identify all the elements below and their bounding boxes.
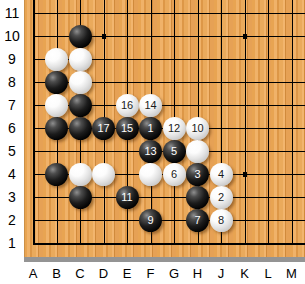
row-label-1: 1 xyxy=(0,235,24,251)
stone-white-B9[interactable] xyxy=(45,48,68,71)
stone-black-F6-move-1[interactable]: 1 xyxy=(139,117,162,140)
stone-black-D6-move-17[interactable]: 17 xyxy=(92,117,115,140)
stone-black-H2-move-7[interactable]: 7 xyxy=(186,209,209,232)
row-label-5: 5 xyxy=(0,143,24,159)
stone-white-H6-move-10[interactable]: 10 xyxy=(186,117,209,140)
stone-black-H3[interactable] xyxy=(186,186,209,209)
stone-black-C10[interactable] xyxy=(69,25,92,48)
stone-black-E6-move-15[interactable]: 15 xyxy=(116,117,139,140)
row-label-7: 7 xyxy=(0,97,24,113)
stone-white-B7[interactable] xyxy=(45,94,68,117)
row-label-6: 6 xyxy=(0,120,24,136)
stone-white-J2-move-8[interactable]: 8 xyxy=(210,209,233,232)
stone-black-B4[interactable] xyxy=(45,163,68,186)
stone-white-F4[interactable] xyxy=(139,163,162,186)
row-label-11: 11 xyxy=(0,5,24,21)
go-board[interactable]: 1614171511210135634112978 xyxy=(24,0,305,257)
stone-black-H4-move-3[interactable]: 3 xyxy=(186,163,209,186)
column-label-H: H xyxy=(188,266,208,282)
column-label-G: G xyxy=(164,266,184,282)
column-label-L: L xyxy=(258,266,278,282)
stone-white-J4-move-4[interactable]: 4 xyxy=(210,163,233,186)
column-label-A: A xyxy=(23,266,43,282)
column-label-D: D xyxy=(94,266,114,282)
stone-white-D4[interactable] xyxy=(92,163,115,186)
row-label-9: 9 xyxy=(0,51,24,67)
row-label-2: 2 xyxy=(0,212,24,228)
stone-black-C6[interactable] xyxy=(69,117,92,140)
stone-black-B8[interactable] xyxy=(45,71,68,94)
column-label-F: F xyxy=(141,266,161,282)
star-point-K4 xyxy=(243,172,248,177)
stone-white-J3-move-2[interactable]: 2 xyxy=(210,186,233,209)
stone-white-F7-move-14[interactable]: 14 xyxy=(139,94,162,117)
stone-white-G4-move-6[interactable]: 6 xyxy=(163,163,186,186)
column-label-C: C xyxy=(70,266,90,282)
column-label-K: K xyxy=(235,266,255,282)
stone-white-H5[interactable] xyxy=(186,140,209,163)
go-diagram: 1614171511210135634112978 1110987654321 … xyxy=(0,0,305,284)
stone-black-B6[interactable] xyxy=(45,117,68,140)
stone-white-E7-move-16[interactable]: 16 xyxy=(116,94,139,117)
stone-black-C7[interactable] xyxy=(69,94,92,117)
stone-white-C9[interactable] xyxy=(69,48,92,71)
column-label-M: M xyxy=(282,266,302,282)
star-point-K10 xyxy=(243,34,248,39)
stone-black-C3[interactable] xyxy=(69,186,92,209)
column-label-J: J xyxy=(211,266,231,282)
stone-black-F5-move-13[interactable]: 13 xyxy=(139,140,162,163)
stone-white-C8[interactable] xyxy=(69,71,92,94)
stone-black-F2-move-9[interactable]: 9 xyxy=(139,209,162,232)
column-label-E: E xyxy=(117,266,137,282)
row-label-8: 8 xyxy=(0,74,24,90)
stone-black-G5-move-5[interactable]: 5 xyxy=(163,140,186,163)
row-label-3: 3 xyxy=(0,189,24,205)
stone-black-E3-move-11[interactable]: 11 xyxy=(116,186,139,209)
board-bottom-shadow xyxy=(24,257,305,262)
row-label-4: 4 xyxy=(0,166,24,182)
star-point-D10 xyxy=(102,34,107,39)
row-label-10: 10 xyxy=(0,28,24,44)
stone-white-G6-move-12[interactable]: 12 xyxy=(163,117,186,140)
column-label-B: B xyxy=(47,266,67,282)
stone-white-C4[interactable] xyxy=(69,163,92,186)
